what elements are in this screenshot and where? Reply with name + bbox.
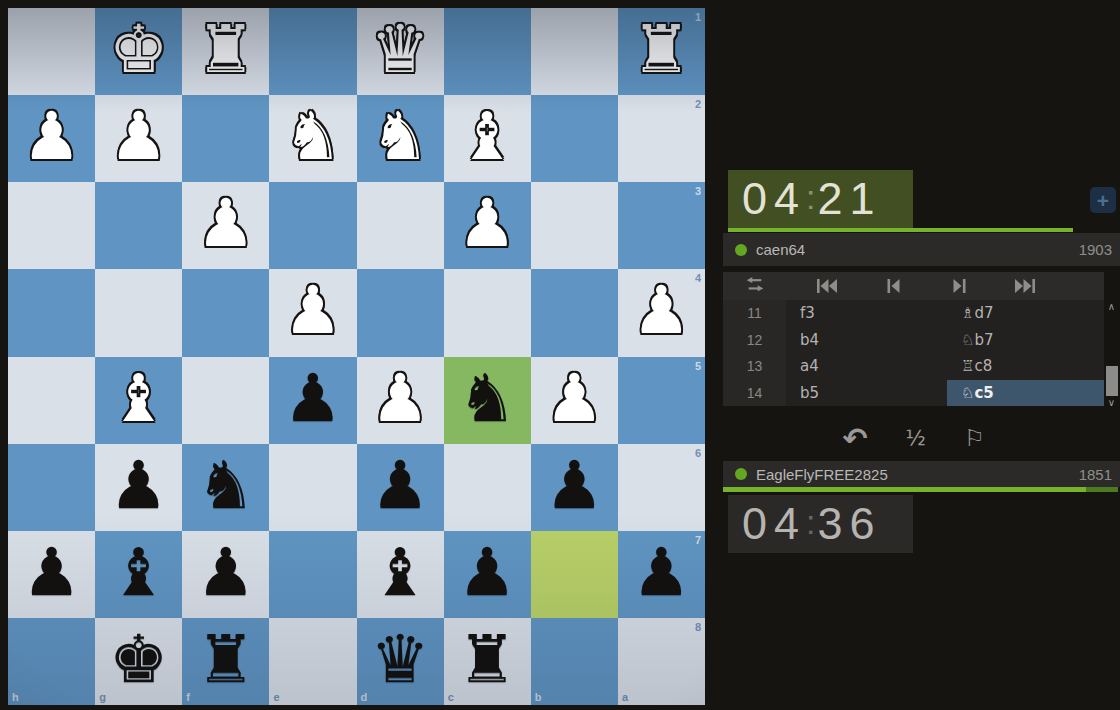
clock-bottom: 04:36 [728, 495, 913, 553]
rank-label-1: 1 [695, 11, 701, 23]
previous-move-icon [887, 279, 900, 293]
square-d2[interactable]: ♞ [357, 95, 444, 182]
black-pawn[interactable]: ♟ [8, 531, 95, 618]
square-c7[interactable]: ♟ [444, 531, 531, 618]
first-move-button[interactable] [794, 272, 860, 300]
rank-label-4: 4 [695, 272, 701, 284]
square-c6[interactable] [444, 444, 531, 531]
white-pawn[interactable]: ♟ [8, 95, 95, 182]
black-rook[interactable]: ♜ [182, 618, 269, 705]
square-d8[interactable]: ♛d [357, 618, 444, 705]
square-f2[interactable] [182, 95, 269, 182]
draw-offer-button[interactable]: ½ [906, 426, 926, 450]
file-label-e: e [273, 691, 279, 703]
square-e4[interactable]: ♟ [269, 269, 356, 356]
white-queen[interactable]: ♛ [357, 8, 444, 95]
white-bishop[interactable]: ♝ [444, 95, 531, 182]
square-b2[interactable] [531, 95, 618, 182]
square-a8[interactable]: 8a [618, 618, 705, 705]
square-h3[interactable] [8, 182, 95, 269]
square-b7[interactable] [531, 531, 618, 618]
black-move[interactable]: ♖c8 [947, 353, 1104, 380]
square-d3[interactable] [357, 182, 444, 269]
move-number: 13 [723, 353, 786, 380]
black-bishop[interactable]: ♝ [95, 531, 182, 618]
file-label-b: b [535, 691, 542, 703]
square-e1[interactable] [269, 8, 356, 95]
square-c5[interactable]: ♞ [444, 357, 531, 444]
white-knight[interactable]: ♞ [269, 95, 356, 182]
white-move[interactable]: f3 [786, 300, 947, 327]
player-top-row[interactable]: caen64 1903 [723, 233, 1120, 266]
white-rook[interactable]: ♜ [618, 8, 705, 95]
previous-move-button[interactable] [860, 272, 926, 300]
square-f5[interactable] [182, 357, 269, 444]
black-knight[interactable]: ♞ [444, 357, 531, 444]
takeback-button[interactable]: ↶ [842, 421, 867, 456]
online-dot [735, 244, 747, 256]
file-label-h: h [12, 691, 19, 703]
zoom-plus-button[interactable]: + [1090, 187, 1116, 213]
clock-top: 04:21 [728, 170, 913, 228]
square-f3[interactable]: ♟ [182, 182, 269, 269]
square-g8[interactable]: ♚g [95, 618, 182, 705]
square-a1[interactable]: ♜1 [618, 8, 705, 95]
white-pawn[interactable]: ♟ [269, 269, 356, 356]
square-h6[interactable] [8, 444, 95, 531]
square-d6[interactable]: ♟ [357, 444, 444, 531]
black-pawn[interactable]: ♟ [357, 444, 444, 531]
square-g3[interactable] [95, 182, 182, 269]
move-row: 14b5♘c5 [723, 380, 1104, 407]
square-e5[interactable]: ♟ [269, 357, 356, 444]
white-move[interactable]: b4 [786, 327, 947, 354]
chess-board[interactable]: ♚♜♛♜1♟♟♞♞♝2♟♟3♟♟4♝♟♟♞♟5♟♞♟♟6♟♝♟♝♟♟7h♚g♜f… [8, 8, 705, 705]
black-pawn[interactable]: ♟ [531, 444, 618, 531]
file-label-d: d [361, 691, 368, 703]
square-e6[interactable] [269, 444, 356, 531]
move-list-scrollbar[interactable]: ∧ ∨ [1104, 300, 1119, 408]
white-pawn[interactable]: ♟ [182, 182, 269, 269]
move-number: 12 [723, 327, 786, 354]
black-king[interactable]: ♚ [95, 618, 182, 705]
square-g6[interactable]: ♟ [95, 444, 182, 531]
file-label-a: a [622, 691, 628, 703]
move-list: 11f3♗d712b4♘b713a4♖c814b5♘c5 [723, 300, 1104, 406]
first-move-icon [817, 279, 837, 293]
square-f6[interactable]: ♞ [182, 444, 269, 531]
rank-label-7: 7 [695, 534, 701, 546]
black-pawn[interactable]: ♟ [444, 531, 531, 618]
square-e8[interactable]: e [269, 618, 356, 705]
square-f4[interactable] [182, 269, 269, 356]
square-c3[interactable]: ♟ [444, 182, 531, 269]
rank-label-8: 8 [695, 621, 701, 633]
square-f7[interactable]: ♟ [182, 531, 269, 618]
white-rook[interactable]: ♜ [182, 8, 269, 95]
next-move-icon [953, 279, 966, 293]
square-b1[interactable] [531, 8, 618, 95]
square-c4[interactable] [444, 269, 531, 356]
white-bishop[interactable]: ♝ [95, 357, 182, 444]
move-row: 13a4♖c8 [723, 353, 1104, 380]
square-d5[interactable]: ♟ [357, 357, 444, 444]
black-pawn[interactable]: ♟ [269, 357, 356, 444]
white-pawn[interactable]: ♟ [95, 95, 182, 182]
white-pawn[interactable]: ♟ [357, 357, 444, 444]
square-h4[interactable] [8, 269, 95, 356]
square-c2[interactable]: ♝ [444, 95, 531, 182]
square-e2[interactable]: ♞ [269, 95, 356, 182]
white-knight[interactable]: ♞ [357, 95, 444, 182]
square-g5[interactable]: ♝ [95, 357, 182, 444]
square-h1[interactable] [8, 8, 95, 95]
square-h8[interactable]: h [8, 618, 95, 705]
square-b5[interactable]: ♟ [531, 357, 618, 444]
square-h5[interactable] [8, 357, 95, 444]
green-bar-bottom [723, 487, 1118, 492]
move-nav-bar [723, 272, 1104, 300]
scroll-down-icon[interactable]: ∨ [1104, 398, 1119, 408]
black-move[interactable]: ♗d7 [947, 300, 1104, 327]
square-f8[interactable]: ♜f [182, 618, 269, 705]
square-a7[interactable]: ♟7 [618, 531, 705, 618]
file-label-g: g [99, 691, 106, 703]
scroll-up-icon[interactable]: ∧ [1104, 302, 1119, 312]
white-pawn[interactable]: ♟ [618, 269, 705, 356]
square-a5[interactable]: 5 [618, 357, 705, 444]
white-move[interactable]: a4 [786, 353, 947, 380]
rank-label-2: 2 [695, 98, 701, 110]
move-number: 11 [723, 300, 786, 327]
black-pawn[interactable]: ♟ [95, 444, 182, 531]
black-bishop[interactable]: ♝ [357, 531, 444, 618]
next-move-button[interactable] [926, 272, 992, 300]
last-move-button[interactable] [992, 272, 1058, 300]
square-d4[interactable] [357, 269, 444, 356]
game-action-bar: ↶ ½ ⚐ [723, 418, 1104, 458]
white-pawn[interactable]: ♟ [531, 357, 618, 444]
rank-label-6: 6 [695, 447, 701, 459]
square-c1[interactable] [444, 8, 531, 95]
square-d7[interactable]: ♝ [357, 531, 444, 618]
app-window: ♚♜♛♜1♟♟♞♞♝2♟♟3♟♟4♝♟♟♞♟5♟♞♟♟6♟♝♟♝♟♟7h♚g♜f… [0, 0, 1120, 710]
flip-board-icon [746, 276, 764, 293]
square-h7[interactable]: ♟ [8, 531, 95, 618]
player-bottom-name[interactable]: EagleFlyFREE2825 [756, 466, 888, 483]
online-dot [735, 468, 747, 480]
black-pawn[interactable]: ♟ [618, 531, 705, 618]
square-g1[interactable]: ♚ [95, 8, 182, 95]
file-label-f: f [186, 691, 190, 703]
black-knight[interactable]: ♞ [182, 444, 269, 531]
square-a3[interactable]: 3 [618, 182, 705, 269]
white-king[interactable]: ♚ [95, 8, 182, 95]
move-number: 14 [723, 380, 786, 407]
player-bottom-row[interactable]: EagleFlyFREE2825 1851 [723, 461, 1120, 487]
last-move-icon [1015, 279, 1035, 293]
square-g4[interactable] [95, 269, 182, 356]
square-a4[interactable]: ♟4 [618, 269, 705, 356]
square-f1[interactable]: ♜ [182, 8, 269, 95]
square-e7[interactable] [269, 531, 356, 618]
black-queen[interactable]: ♛ [357, 618, 444, 705]
square-a2[interactable]: 2 [618, 95, 705, 182]
file-label-c: c [448, 691, 454, 703]
black-move[interactable]: ♘b7 [947, 327, 1104, 354]
square-b4[interactable] [531, 269, 618, 356]
flip-board-button[interactable] [723, 276, 786, 297]
square-b6[interactable]: ♟ [531, 444, 618, 531]
square-a6[interactable]: 6 [618, 444, 705, 531]
move-row: 12b4♘b7 [723, 327, 1104, 354]
square-h2[interactable]: ♟ [8, 95, 95, 182]
player-top-name[interactable]: caen64 [756, 241, 805, 258]
rank-label-3: 3 [695, 185, 701, 197]
resign-flag-button[interactable]: ⚐ [964, 425, 985, 451]
square-g7[interactable]: ♝ [95, 531, 182, 618]
black-move[interactable]: ♘c5 [947, 380, 1104, 407]
white-move[interactable]: b5 [786, 380, 947, 407]
square-e3[interactable] [269, 182, 356, 269]
move-row: 11f3♗d7 [723, 300, 1104, 327]
square-d1[interactable]: ♛ [357, 8, 444, 95]
black-rook[interactable]: ♜ [444, 618, 531, 705]
scrollbar-thumb[interactable] [1106, 366, 1118, 396]
rank-label-5: 5 [695, 360, 701, 372]
square-g2[interactable]: ♟ [95, 95, 182, 182]
player-bottom-rating: 1851 [1079, 466, 1112, 483]
green-bar-top [728, 228, 1073, 232]
square-b8[interactable]: b [531, 618, 618, 705]
square-b3[interactable] [531, 182, 618, 269]
player-top-rating: 1903 [1079, 241, 1112, 258]
white-pawn[interactable]: ♟ [444, 182, 531, 269]
square-c8[interactable]: ♜c [444, 618, 531, 705]
black-pawn[interactable]: ♟ [182, 531, 269, 618]
